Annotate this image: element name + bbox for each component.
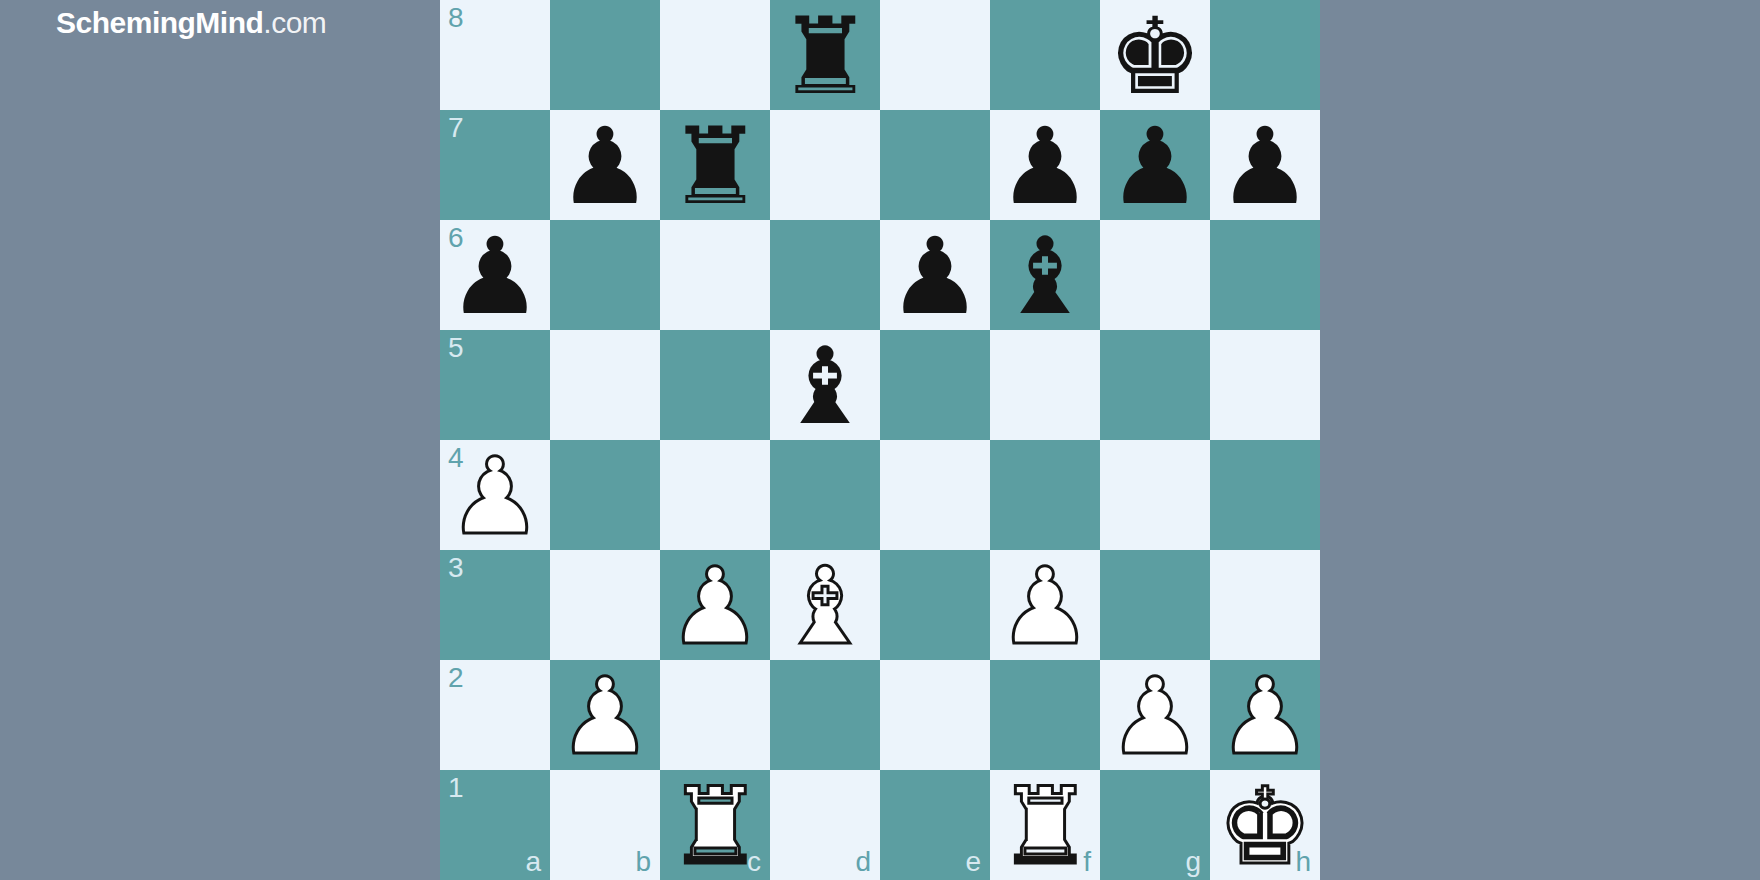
brand-domain-suffix: .com	[263, 6, 326, 39]
black-bishop-d5: ♝	[770, 332, 880, 442]
rank-label-3: 3	[448, 554, 464, 582]
white-bishop-d3: ♝	[770, 552, 880, 662]
square-e1[interactable]: e	[880, 770, 990, 880]
square-f3[interactable]: ♟	[990, 550, 1100, 660]
square-e5[interactable]	[880, 330, 990, 440]
square-d5[interactable]: ♝	[770, 330, 880, 440]
square-h2[interactable]: ♟	[1210, 660, 1320, 770]
square-h4[interactable]	[1210, 440, 1320, 550]
square-f2[interactable]	[990, 660, 1100, 770]
file-label-g: g	[1185, 848, 1201, 876]
white-pawn-b2: ♟	[550, 662, 660, 772]
square-g6[interactable]	[1100, 220, 1210, 330]
rank-label-5: 5	[448, 334, 464, 362]
black-rook-c7: ♜	[660, 112, 770, 222]
square-b1[interactable]: b	[550, 770, 660, 880]
square-e7[interactable]	[880, 110, 990, 220]
square-h1[interactable]: h♚	[1210, 770, 1320, 880]
square-e8[interactable]	[880, 0, 990, 110]
square-b8[interactable]	[550, 0, 660, 110]
square-b2[interactable]: ♟	[550, 660, 660, 770]
black-pawn-b7: ♟	[550, 112, 660, 222]
square-e6[interactable]: ♟	[880, 220, 990, 330]
square-d3[interactable]: ♝	[770, 550, 880, 660]
black-pawn-f7: ♟	[990, 112, 1100, 222]
square-d2[interactable]	[770, 660, 880, 770]
square-c3[interactable]: ♟	[660, 550, 770, 660]
square-g3[interactable]	[1100, 550, 1210, 660]
square-c1[interactable]: c♜	[660, 770, 770, 880]
rank-label-8: 8	[448, 4, 464, 32]
white-pawn-f3: ♟	[990, 552, 1100, 662]
square-b3[interactable]	[550, 550, 660, 660]
black-bishop-f6: ♝	[990, 222, 1100, 332]
brand-name: SchemingMind	[56, 6, 263, 39]
square-h6[interactable]	[1210, 220, 1320, 330]
square-a5[interactable]: 5	[440, 330, 550, 440]
square-e3[interactable]	[880, 550, 990, 660]
square-b7[interactable]: ♟	[550, 110, 660, 220]
square-a1[interactable]: 1a	[440, 770, 550, 880]
square-b6[interactable]	[550, 220, 660, 330]
square-g2[interactable]: ♟	[1100, 660, 1210, 770]
square-d8[interactable]: ♜	[770, 0, 880, 110]
square-f6[interactable]: ♝	[990, 220, 1100, 330]
square-a3[interactable]: 3	[440, 550, 550, 660]
square-h7[interactable]: ♟	[1210, 110, 1320, 220]
square-f1[interactable]: f♜	[990, 770, 1100, 880]
square-h5[interactable]	[1210, 330, 1320, 440]
square-d6[interactable]	[770, 220, 880, 330]
white-pawn-c3: ♟	[660, 552, 770, 662]
file-label-f: f	[1083, 848, 1091, 876]
square-a6[interactable]: 6♟	[440, 220, 550, 330]
square-f4[interactable]	[990, 440, 1100, 550]
rank-label-4: 4	[448, 444, 464, 472]
square-g4[interactable]	[1100, 440, 1210, 550]
square-a7[interactable]: 7	[440, 110, 550, 220]
square-h3[interactable]	[1210, 550, 1320, 660]
square-c6[interactable]	[660, 220, 770, 330]
square-g7[interactable]: ♟	[1100, 110, 1210, 220]
square-d4[interactable]	[770, 440, 880, 550]
white-pawn-h2: ♟	[1210, 662, 1320, 772]
square-f5[interactable]	[990, 330, 1100, 440]
black-pawn-h7: ♟	[1210, 112, 1320, 222]
square-f7[interactable]: ♟	[990, 110, 1100, 220]
square-h8[interactable]	[1210, 0, 1320, 110]
site-logo[interactable]: SchemingMind.com	[56, 6, 326, 40]
file-label-c: c	[747, 848, 761, 876]
square-a2[interactable]: 2	[440, 660, 550, 770]
square-g8[interactable]: ♚	[1100, 0, 1210, 110]
page-background: SchemingMind.com 8♜♚7♟♜♟♟♟6♟♟♝5♝4♟3♟♝♟2♟…	[0, 0, 1760, 880]
file-label-d: d	[855, 848, 871, 876]
square-b5[interactable]	[550, 330, 660, 440]
square-g1[interactable]: g	[1100, 770, 1210, 880]
rank-label-1: 1	[448, 774, 464, 802]
file-label-b: b	[635, 848, 651, 876]
square-d7[interactable]	[770, 110, 880, 220]
square-c5[interactable]	[660, 330, 770, 440]
black-pawn-e6: ♟	[880, 222, 990, 332]
square-a8[interactable]: 8	[440, 0, 550, 110]
square-e2[interactable]	[880, 660, 990, 770]
square-a4[interactable]: 4♟	[440, 440, 550, 550]
square-b4[interactable]	[550, 440, 660, 550]
black-pawn-g7: ♟	[1100, 112, 1210, 222]
square-e4[interactable]	[880, 440, 990, 550]
square-g5[interactable]	[1100, 330, 1210, 440]
white-pawn-g2: ♟	[1100, 662, 1210, 772]
square-c4[interactable]	[660, 440, 770, 550]
square-c7[interactable]: ♜	[660, 110, 770, 220]
black-king-g8: ♚	[1100, 2, 1210, 112]
file-label-a: a	[525, 848, 541, 876]
file-label-h: h	[1295, 848, 1311, 876]
black-rook-d8: ♜	[770, 2, 880, 112]
rank-label-7: 7	[448, 114, 464, 142]
rank-label-2: 2	[448, 664, 464, 692]
rank-label-6: 6	[448, 224, 464, 252]
square-f8[interactable]	[990, 0, 1100, 110]
chess-board: 8♜♚7♟♜♟♟♟6♟♟♝5♝4♟3♟♝♟2♟♟♟1abc♜def♜gh♚	[440, 0, 1320, 880]
square-d1[interactable]: d	[770, 770, 880, 880]
square-c2[interactable]	[660, 660, 770, 770]
file-label-e: e	[965, 848, 981, 876]
square-c8[interactable]	[660, 0, 770, 110]
